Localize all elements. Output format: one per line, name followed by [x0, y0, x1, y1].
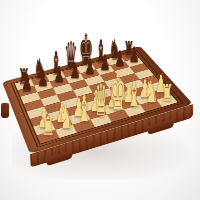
piece-white-queen[interactable]: ♛: [93, 80, 108, 123]
piece-white-knight[interactable]: ♞: [58, 102, 73, 133]
piece-black-pawn[interactable]: ♟: [129, 43, 140, 64]
piece-black-pawn[interactable]: ♟: [84, 55, 95, 77]
piece-white-bishop[interactable]: ♝: [76, 93, 91, 128]
piece-white-rook[interactable]: ♜: [41, 114, 55, 139]
piece-black-pawn[interactable]: ♟: [99, 51, 110, 73]
piece-white-bishop[interactable]: ♝: [127, 79, 141, 113]
chess-set-photo: ♜♞♝♛♚♝♞♜♟♟♟♟♟♟♟♟♟♟♟♟♟♟♟♟♜♞♝♛♚♝♞♜: [0, 0, 200, 200]
piece-black-pawn[interactable]: ♟: [53, 63, 64, 85]
board-left-foot: [1, 103, 9, 118]
piece-white-rook[interactable]: ♜: [160, 80, 173, 104]
piece-white-knight[interactable]: ♞: [144, 78, 158, 108]
piece-black-pawn[interactable]: ♟: [38, 67, 49, 90]
piece-black-pawn[interactable]: ♟: [21, 71, 32, 94]
piece-white-king[interactable]: ♚: [110, 69, 126, 118]
piece-black-pawn[interactable]: ♟: [69, 59, 80, 81]
